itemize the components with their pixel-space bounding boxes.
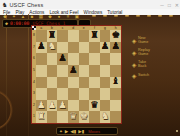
white-king[interactable]: ♚ [79,110,90,122]
window-title: USCF Chess [9,2,43,8]
side-menu-replay-game[interactable]: ◈ ReplayGame [130,48,178,56]
square-f7[interactable] [89,42,100,54]
square-f5[interactable] [89,65,100,77]
square-b7[interactable]: ♞ [47,42,58,54]
gold-stud [125,15,129,17]
maximize-button[interactable]: □ [168,2,171,8]
frame-studs [92,14,178,18]
clock-icon[interactable]: ● [56,14,62,19]
black-rook[interactable]: ♜ [47,29,58,41]
square-h3[interactable] [110,88,121,100]
square-g6[interactable] [100,53,111,65]
board-icon[interactable]: ✦ [11,14,17,19]
step-forward-icon[interactable]: ▶▮ [78,129,84,134]
white-rook[interactable]: ♜ [36,110,47,122]
square-f6[interactable] [89,53,100,65]
gold-stud [136,15,140,17]
gold-stud [147,15,151,17]
diamond-icon[interactable]: ◆ [47,14,53,19]
grid-icon[interactable]: ▦ [38,14,44,19]
gold-stud [114,15,118,17]
square-g5[interactable] [100,65,111,77]
square-c4[interactable] [57,77,68,89]
black-king[interactable]: ♚ [110,29,121,41]
diamond-bullet-icon: ◈ [130,72,138,79]
list-icon[interactable]: ≡ [65,14,71,19]
square-b5[interactable] [47,65,58,77]
white-knight[interactable]: ♞ [100,110,111,122]
square-h2[interactable] [110,100,121,112]
square-h7[interactable]: ♟ [110,42,121,54]
board-squares: ♜♜♚♟♞♟♟♟♟♝♟♟♟♛♜♛♚♞ [36,30,121,123]
side-menu: ◈ NewGame ◈ ReplayGame ◈ TakeBack ◈ Swit… [130,36,178,82]
square-g3[interactable] [100,88,111,100]
square-f8[interactable]: ♜ [89,30,100,42]
gold-stud [158,15,162,17]
square-e7[interactable] [79,42,90,54]
new-game-icon[interactable]: ◆ [2,14,8,19]
minimize-button[interactable]: ─ [160,2,164,8]
square-d5[interactable]: ♟ [68,65,79,77]
white-queen[interactable]: ♛ [68,110,79,122]
square-d7[interactable] [68,42,79,54]
play-icon[interactable]: ▶ [65,129,68,134]
save-icon[interactable]: ■ [29,14,35,19]
square-b2[interactable]: ♟ [47,100,58,112]
gold-stud [92,15,96,17]
side-menu-take-back[interactable]: ◈ TakeBack [130,60,178,68]
square-d3[interactable] [68,88,79,100]
playback-bar: ✦▶◀▮▶▮ Moves [56,127,118,135]
square-d8[interactable] [68,30,79,42]
square-g7[interactable]: ♟ [100,42,111,54]
white-pawn[interactable]: ♟ [57,99,68,111]
square-f1[interactable] [89,111,100,123]
square-e3[interactable] [79,88,90,100]
square-c2[interactable]: ♟ [57,100,68,112]
square-c6[interactable]: ♟ [57,53,68,65]
square-a1[interactable]: ♜ [36,111,47,123]
resize-grip[interactable] [176,130,178,132]
moves-label: Moves [88,129,100,134]
square-g1[interactable]: ♞ [100,111,111,123]
game-clock: 0:00:00 [10,21,29,26]
square-f2[interactable]: ♛ [89,100,100,112]
square-e8[interactable] [79,30,90,42]
app-window: ♞ USCF Chess ─ □ ✕ File Play Actions Loo… [0,0,180,136]
black-pawn[interactable]: ♟ [100,41,111,53]
square-e5[interactable] [79,65,90,77]
square-h6[interactable] [110,53,121,65]
square-e4[interactable] [79,77,90,89]
square-h4[interactable]: ♝ [110,77,121,89]
black-pawn[interactable]: ♟ [57,52,68,64]
pieces-icon[interactable]: ▲ [20,14,26,19]
title-bar: ♞ USCF Chess ─ □ ✕ [0,0,180,9]
marker-icon[interactable]: ✦ [59,129,63,134]
square-a6[interactable] [36,53,47,65]
square-f4[interactable] [89,77,100,89]
gold-stud [103,15,107,17]
black-pawn[interactable]: ♟ [36,41,47,53]
status-diamond-icon: ◆ [5,20,8,26]
close-button[interactable]: ✕ [175,2,179,8]
square-e6[interactable] [79,53,90,65]
square-b6[interactable] [47,53,58,65]
black-queen[interactable]: ♛ [89,99,100,111]
white-pawn[interactable]: ♟ [47,99,58,111]
gold-stud [169,15,173,17]
diamond-bullet-icon: ◈ [130,61,138,68]
black-rook[interactable]: ♜ [89,29,100,41]
square-h1[interactable] [110,111,121,123]
square-c1[interactable] [57,111,68,123]
square-b1[interactable] [47,111,58,123]
square-c8[interactable] [57,30,68,42]
panel-icon[interactable]: ▣ [74,14,80,19]
wood-grain [0,60,30,130]
black-bishop[interactable]: ♝ [110,76,121,88]
square-a7[interactable]: ♟ [36,42,47,54]
square-c5[interactable] [57,65,68,77]
chess-board: abcdefgh 87654321 ♜♜♚♟♞♟♟♟♟♝♟♟♟♛♜♛♚♞ [31,25,122,124]
side-menu-new-game[interactable]: ◈ NewGame [130,36,178,44]
square-a5[interactable] [36,65,47,77]
white-knight[interactable]: ♞ [47,41,58,53]
square-d4[interactable] [68,77,79,89]
side-menu-switch[interactable]: ◈ Switch [130,72,178,79]
step-back-icon[interactable]: ◀▮ [70,129,76,134]
square-e1[interactable]: ♚ [79,111,90,123]
black-pawn[interactable]: ♟ [68,64,79,76]
white-pawn[interactable]: ♟ [36,99,47,111]
app-icon: ♞ [2,2,7,8]
diamond-bullet-icon: ◈ [130,49,138,56]
square-a4[interactable] [36,77,47,89]
square-d1[interactable]: ♛ [68,111,79,123]
square-g4[interactable] [100,77,111,89]
black-pawn[interactable]: ♟ [110,41,121,53]
diamond-bullet-icon: ◈ [130,37,138,44]
square-b4[interactable] [47,77,58,89]
